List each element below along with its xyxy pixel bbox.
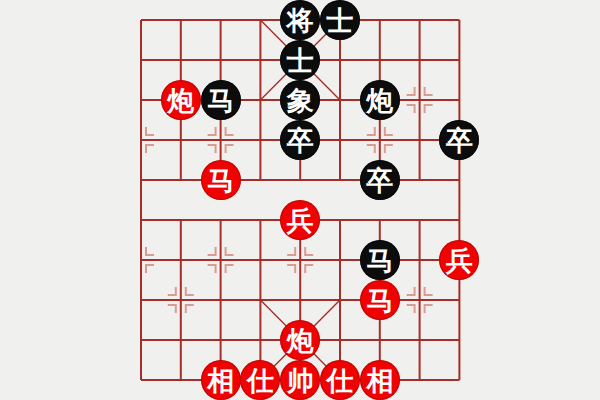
piece-black-soldier[interactable]: 卒 xyxy=(439,120,479,160)
piece-black-soldier[interactable]: 卒 xyxy=(360,160,400,200)
piece-black-advisor[interactable]: 士 xyxy=(280,40,320,80)
piece-red-horse[interactable]: 马 xyxy=(360,280,400,320)
piece-black-horse[interactable]: 马 xyxy=(201,80,241,120)
piece-black-horse[interactable]: 马 xyxy=(360,240,400,280)
pieces-layer: 将士士炮马象炮卒卒马卒兵马兵马炮相仕帅仕相 xyxy=(0,0,600,400)
piece-black-cannon[interactable]: 炮 xyxy=(360,80,400,120)
piece-red-elephant[interactable]: 相 xyxy=(360,360,400,400)
piece-red-cannon[interactable]: 炮 xyxy=(161,80,201,120)
piece-black-general[interactable]: 将 xyxy=(280,0,320,40)
piece-black-advisor[interactable]: 士 xyxy=(320,0,360,40)
xiangqi-screenshot: 将士士炮马象炮卒卒马卒兵马兵马炮相仕帅仕相 xyxy=(0,0,600,400)
piece-red-advisor[interactable]: 仕 xyxy=(320,360,360,400)
piece-black-soldier[interactable]: 卒 xyxy=(280,120,320,160)
piece-red-horse[interactable]: 马 xyxy=(201,160,241,200)
piece-red-elephant[interactable]: 相 xyxy=(201,360,241,400)
piece-red-advisor[interactable]: 仕 xyxy=(240,360,280,400)
piece-red-soldier[interactable]: 兵 xyxy=(439,240,479,280)
piece-red-general[interactable]: 帅 xyxy=(280,360,320,400)
piece-red-soldier[interactable]: 兵 xyxy=(280,200,320,240)
piece-red-cannon[interactable]: 炮 xyxy=(280,320,320,360)
piece-black-elephant[interactable]: 象 xyxy=(280,80,320,120)
